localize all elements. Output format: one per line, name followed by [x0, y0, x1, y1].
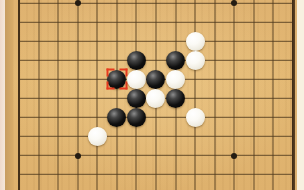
intersection-c8-r10[interactable]	[166, 127, 186, 146]
intersection-c1-r4[interactable]	[29, 13, 49, 32]
intersection-c13-r9[interactable]	[264, 108, 284, 127]
intersection-c3-r3[interactable]	[68, 0, 88, 13]
intersection-c6-r11[interactable]	[127, 146, 147, 165]
white-stone	[88, 127, 107, 146]
intersection-c1-r8[interactable]	[29, 89, 49, 108]
intersection-c10-r8[interactable]	[205, 89, 225, 108]
intersection-c0-r4[interactable]	[9, 13, 29, 32]
intersection-c7-r5[interactable]	[146, 32, 166, 51]
black-stone	[107, 70, 126, 89]
intersection-c11-r4[interactable]	[224, 13, 244, 32]
intersection-c4-r11[interactable]	[87, 146, 107, 165]
intersection-c13-r7[interactable]	[264, 70, 284, 89]
intersection-c12-r10[interactable]	[244, 127, 264, 146]
intersection-c11-r10[interactable]	[224, 127, 244, 146]
intersection-c5-r12[interactable]	[107, 165, 127, 184]
black-stone	[166, 51, 185, 70]
intersection-c6-r6[interactable]	[127, 51, 147, 70]
intersection-c3-r12[interactable]	[68, 165, 88, 184]
intersection-c3-r5[interactable]	[68, 32, 88, 51]
intersection-c11-r11[interactable]	[224, 146, 244, 165]
intersection-c7-r12[interactable]	[146, 165, 166, 184]
intersection-c0-r12[interactable]	[9, 165, 29, 184]
intersection-c11-r12[interactable]	[224, 165, 244, 184]
intersection-c12-r7[interactable]	[244, 70, 264, 89]
intersection-c4-r3[interactable]	[87, 0, 107, 13]
intersection-c1-r3[interactable]	[29, 0, 49, 13]
intersection-c10-r12[interactable]	[205, 165, 225, 184]
intersection-c5-r9[interactable]	[107, 108, 127, 127]
intersection-c5-r10[interactable]	[107, 127, 127, 146]
intersection-c7-r11[interactable]	[146, 146, 166, 165]
intersection-c4-r4[interactable]	[87, 13, 107, 32]
intersection-c4-r10[interactable]	[87, 127, 107, 146]
intersection-c9-r7[interactable]	[185, 70, 205, 89]
intersection-c11-r6[interactable]	[224, 51, 244, 70]
screenshot-root	[0, 0, 304, 190]
intersection-c3-r4[interactable]	[68, 13, 88, 32]
intersection-c3-r8[interactable]	[68, 89, 88, 108]
intersection-c13-r8[interactable]	[264, 89, 284, 108]
intersection-c3-r11[interactable]	[68, 146, 88, 165]
white-stone	[186, 32, 205, 51]
intersection-c7-r9[interactable]	[146, 108, 166, 127]
intersection-c2-r4[interactable]	[48, 13, 68, 32]
intersection-c8-r12[interactable]	[166, 165, 186, 184]
black-stone	[166, 89, 185, 108]
white-stone	[186, 108, 205, 127]
stones-grid	[9, 0, 302, 184]
black-stone	[127, 51, 146, 70]
intersection-c8-r7[interactable]	[166, 70, 186, 89]
intersection-c1-r11[interactable]	[29, 146, 49, 165]
intersection-c12-r8[interactable]	[244, 89, 264, 108]
intersection-c6-r12[interactable]	[127, 165, 147, 184]
intersection-c4-r7[interactable]	[87, 70, 107, 89]
intersection-c10-r11[interactable]	[205, 146, 225, 165]
intersection-c9-r11[interactable]	[185, 146, 205, 165]
intersection-c10-r6[interactable]	[205, 51, 225, 70]
intersection-c3-r9[interactable]	[68, 108, 88, 127]
intersection-c6-r7[interactable]	[127, 70, 147, 89]
intersection-c0-r3[interactable]	[9, 0, 29, 13]
intersection-c1-r5[interactable]	[29, 32, 49, 51]
intersection-c7-r6[interactable]	[146, 51, 166, 70]
intersection-c5-r5[interactable]	[107, 32, 127, 51]
intersection-c8-r3[interactable]	[166, 0, 186, 13]
intersection-c13-r12[interactable]	[264, 165, 284, 184]
intersection-c5-r4[interactable]	[107, 13, 127, 32]
intersection-c1-r6[interactable]	[29, 51, 49, 70]
intersection-c8-r4[interactable]	[166, 13, 186, 32]
intersection-c9-r10[interactable]	[185, 127, 205, 146]
intersection-c6-r5[interactable]	[127, 32, 147, 51]
intersection-c3-r7[interactable]	[68, 70, 88, 89]
black-stone	[127, 89, 146, 108]
intersection-c12-r12[interactable]	[244, 165, 264, 184]
intersection-c5-r7[interactable]	[107, 70, 127, 89]
white-stone	[186, 51, 205, 70]
intersection-c8-r5[interactable]	[166, 32, 186, 51]
intersection-c11-r7[interactable]	[224, 70, 244, 89]
intersection-c5-r11[interactable]	[107, 146, 127, 165]
intersection-c0-r9[interactable]	[9, 108, 29, 127]
intersection-c0-r8[interactable]	[9, 89, 29, 108]
intersection-c10-r7[interactable]	[205, 70, 225, 89]
intersection-c6-r10[interactable]	[127, 127, 147, 146]
intersection-c10-r10[interactable]	[205, 127, 225, 146]
intersection-c7-r3[interactable]	[146, 0, 166, 13]
intersection-c2-r9[interactable]	[48, 108, 68, 127]
intersection-c6-r3[interactable]	[127, 0, 147, 13]
intersection-c13-r3[interactable]	[264, 0, 284, 13]
intersection-c13-r10[interactable]	[264, 127, 284, 146]
intersection-c1-r9[interactable]	[29, 108, 49, 127]
intersection-c2-r11[interactable]	[48, 146, 68, 165]
intersection-c12-r9[interactable]	[244, 108, 264, 127]
intersection-c5-r3[interactable]	[107, 0, 127, 13]
intersection-c13-r4[interactable]	[264, 13, 284, 32]
intersection-c4-r9[interactable]	[87, 108, 107, 127]
intersection-c9-r3[interactable]	[185, 0, 205, 13]
intersection-c7-r10[interactable]	[146, 127, 166, 146]
intersection-c10-r4[interactable]	[205, 13, 225, 32]
intersection-c11-r9[interactable]	[224, 108, 244, 127]
black-stone	[107, 108, 126, 127]
intersection-c1-r7[interactable]	[29, 70, 49, 89]
intersection-c0-r5[interactable]	[9, 32, 29, 51]
intersection-c10-r5[interactable]	[205, 32, 225, 51]
intersection-c5-r8[interactable]	[107, 89, 127, 108]
white-stone	[166, 70, 185, 89]
intersection-c12-r4[interactable]	[244, 13, 264, 32]
intersection-c8-r8[interactable]	[166, 89, 186, 108]
black-stone	[146, 70, 165, 89]
intersection-c2-r10[interactable]	[48, 127, 68, 146]
intersection-c11-r8[interactable]	[224, 89, 244, 108]
white-stone	[146, 89, 165, 108]
intersection-c2-r5[interactable]	[48, 32, 68, 51]
intersection-c8-r11[interactable]	[166, 146, 186, 165]
black-stone	[127, 108, 146, 127]
intersection-c12-r3[interactable]	[244, 0, 264, 13]
intersection-c8-r6[interactable]	[166, 51, 186, 70]
intersection-c13-r11[interactable]	[264, 146, 284, 165]
intersection-c0-r10[interactable]	[9, 127, 29, 146]
intersection-c13-r6[interactable]	[264, 51, 284, 70]
intersection-c6-r8[interactable]	[127, 89, 147, 108]
intersection-c12-r5[interactable]	[244, 32, 264, 51]
intersection-c11-r5[interactable]	[224, 32, 244, 51]
intersection-c1-r10[interactable]	[29, 127, 49, 146]
intersection-c2-r7[interactable]	[48, 70, 68, 89]
intersection-c2-r12[interactable]	[48, 165, 68, 184]
intersection-c9-r8[interactable]	[185, 89, 205, 108]
intersection-c9-r6[interactable]	[185, 51, 205, 70]
intersection-c9-r5[interactable]	[185, 32, 205, 51]
intersection-c4-r8[interactable]	[87, 89, 107, 108]
intersection-c3-r6[interactable]	[68, 51, 88, 70]
background-right-strip	[297, 0, 304, 190]
intersection-c7-r8[interactable]	[146, 89, 166, 108]
intersection-c5-r6[interactable]	[107, 51, 127, 70]
intersection-c9-r9[interactable]	[185, 108, 205, 127]
intersection-c4-r5[interactable]	[87, 32, 107, 51]
intersection-c2-r6[interactable]	[48, 51, 68, 70]
white-stone	[127, 70, 146, 89]
intersection-c10-r9[interactable]	[205, 108, 225, 127]
intersection-c0-r6[interactable]	[9, 51, 29, 70]
intersection-c4-r12[interactable]	[87, 165, 107, 184]
intersection-c2-r3[interactable]	[48, 0, 68, 13]
intersection-c3-r10[interactable]	[68, 127, 88, 146]
intersection-c13-r5[interactable]	[264, 32, 284, 51]
intersection-c8-r9[interactable]	[166, 108, 186, 127]
intersection-c11-r3[interactable]	[224, 0, 244, 13]
intersection-c12-r6[interactable]	[244, 51, 264, 70]
intersection-c9-r4[interactable]	[185, 13, 205, 32]
intersection-c4-r6[interactable]	[87, 51, 107, 70]
intersection-c9-r12[interactable]	[185, 165, 205, 184]
intersection-c12-r11[interactable]	[244, 146, 264, 165]
intersection-c6-r9[interactable]	[127, 108, 147, 127]
intersection-c7-r7[interactable]	[146, 70, 166, 89]
intersection-c10-r3[interactable]	[205, 0, 225, 13]
intersection-c2-r8[interactable]	[48, 89, 68, 108]
gomoku-board	[5, 0, 297, 190]
intersection-c0-r11[interactable]	[9, 146, 29, 165]
intersection-c6-r4[interactable]	[127, 13, 147, 32]
intersection-c1-r12[interactable]	[29, 165, 49, 184]
intersection-c7-r4[interactable]	[146, 13, 166, 32]
intersection-c0-r7[interactable]	[9, 70, 29, 89]
